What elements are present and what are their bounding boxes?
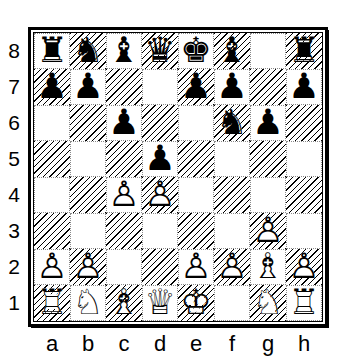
- black-pawn-icon: ♟: [107, 104, 141, 140]
- square-b4[interactable]: [70, 177, 106, 213]
- black-pawn-icon: ♟: [71, 68, 105, 104]
- file-label-c: c: [106, 331, 142, 357]
- black-pawn-icon: ♟: [251, 104, 285, 140]
- white-pawn-icon: ♙: [70, 248, 106, 284]
- square-a5[interactable]: [34, 141, 70, 177]
- rank-label-2: 2: [2, 249, 26, 285]
- piece-white-bishop[interactable]: ♝♗: [106, 285, 142, 321]
- chess-board: ♜♜♞♞♝♝♛♛♚♚♝♝♜♜♟♟♟♟♟♟♟♟♟♟♟♟♞♞♟♟♟♟♟♙♟♙♟♙♟♙…: [33, 32, 323, 322]
- square-d7[interactable]: [142, 69, 178, 105]
- square-g7[interactable]: [250, 69, 286, 105]
- piece-white-pawn[interactable]: ♟♙: [107, 177, 141, 213]
- black-pawn-icon: ♟: [215, 68, 249, 104]
- square-e5[interactable]: [178, 141, 214, 177]
- square-c3[interactable]: [106, 213, 142, 249]
- white-rook-icon: ♖: [287, 284, 321, 320]
- square-h5[interactable]: [286, 141, 322, 177]
- square-e7[interactable]: ♟♟: [178, 69, 214, 105]
- square-c2[interactable]: [106, 249, 142, 285]
- piece-white-bishop[interactable]: ♝♗: [251, 249, 285, 285]
- piece-white-rook[interactable]: ♜♖: [34, 285, 70, 321]
- rank-label-1: 1: [2, 285, 26, 321]
- square-h1[interactable]: ♜♖: [286, 285, 322, 321]
- square-d3[interactable]: [142, 213, 178, 249]
- square-d1[interactable]: ♛♕: [142, 285, 178, 321]
- piece-black-bishop[interactable]: ♝♝: [107, 33, 141, 69]
- rank-label-3: 3: [2, 213, 26, 249]
- black-queen-icon: ♛: [142, 32, 178, 68]
- piece-white-pawn[interactable]: ♟♙: [286, 249, 322, 285]
- rank-label-7: 7: [2, 69, 26, 105]
- piece-white-pawn[interactable]: ♟♙: [179, 249, 213, 285]
- square-g1[interactable]: ♞♘: [250, 285, 286, 321]
- square-f8[interactable]: ♝♝: [214, 33, 250, 69]
- square-a8[interactable]: ♜♜: [34, 33, 70, 69]
- piece-black-pawn[interactable]: ♟♟: [34, 69, 70, 105]
- black-bishop-icon: ♝: [214, 32, 250, 68]
- white-knight-icon: ♘: [250, 284, 286, 320]
- square-e6[interactable]: [178, 105, 214, 141]
- square-g6[interactable]: ♟♟: [250, 105, 286, 141]
- white-king-icon: ♔: [178, 284, 214, 320]
- white-pawn-icon: ♙: [179, 248, 213, 284]
- square-b7[interactable]: ♟♟: [70, 69, 106, 105]
- piece-black-pawn[interactable]: ♟♟: [251, 105, 285, 141]
- white-knight-icon: ♘: [71, 284, 105, 320]
- square-h7[interactable]: ♟♟: [286, 69, 322, 105]
- piece-black-pawn[interactable]: ♟♟: [178, 69, 214, 105]
- piece-white-pawn[interactable]: ♟♙: [250, 213, 286, 249]
- square-d5[interactable]: ♟♟: [142, 141, 178, 177]
- square-h6[interactable]: [286, 105, 322, 141]
- rank-labels: 87654321: [2, 33, 26, 321]
- square-e2[interactable]: ♟♙: [178, 249, 214, 285]
- piece-black-pawn[interactable]: ♟♟: [107, 105, 141, 141]
- square-b2[interactable]: ♟♙: [70, 249, 106, 285]
- piece-black-rook[interactable]: ♜♜: [35, 33, 69, 69]
- square-a7[interactable]: ♟♟: [34, 69, 70, 105]
- board-frame: ♜♜♞♞♝♝♛♛♚♚♝♝♜♜♟♟♟♟♟♟♟♟♟♟♟♟♞♞♟♟♟♟♟♙♟♙♟♙♟♙…: [28, 27, 328, 327]
- piece-black-rook[interactable]: ♜♜: [286, 33, 322, 69]
- white-rook-icon: ♖: [34, 284, 70, 320]
- black-rook-icon: ♜: [286, 32, 322, 68]
- file-label-h: h: [286, 331, 322, 357]
- white-pawn-icon: ♙: [107, 176, 141, 212]
- square-b8[interactable]: ♞♞: [70, 33, 106, 69]
- square-d8[interactable]: ♛♛: [142, 33, 178, 69]
- square-b5[interactable]: [70, 141, 106, 177]
- black-pawn-icon: ♟: [178, 68, 214, 104]
- piece-black-knight[interactable]: ♞♞: [214, 105, 250, 141]
- black-pawn-icon: ♟: [143, 140, 177, 176]
- file-label-g: g: [250, 331, 286, 357]
- square-f4[interactable]: [214, 177, 250, 213]
- file-label-a: a: [34, 331, 70, 357]
- square-e1[interactable]: ♚♔: [178, 285, 214, 321]
- black-rook-icon: ♜: [35, 32, 69, 68]
- black-pawn-icon: ♟: [287, 68, 321, 104]
- piece-black-bishop[interactable]: ♝♝: [214, 33, 250, 69]
- file-label-d: d: [142, 331, 178, 357]
- square-f5[interactable]: [214, 141, 250, 177]
- rank-label-6: 6: [2, 105, 26, 141]
- square-c4[interactable]: ♟♙: [106, 177, 142, 213]
- black-bishop-icon: ♝: [107, 32, 141, 68]
- black-knight-icon: ♞: [70, 32, 106, 68]
- piece-white-rook[interactable]: ♜♖: [287, 285, 321, 321]
- black-king-icon: ♚: [179, 32, 213, 68]
- piece-black-queen[interactable]: ♛♛: [142, 33, 178, 69]
- square-c5[interactable]: [106, 141, 142, 177]
- square-d2[interactable]: [142, 249, 178, 285]
- square-g5[interactable]: [250, 141, 286, 177]
- white-pawn-icon: ♙: [142, 176, 178, 212]
- piece-white-pawn[interactable]: ♟♙: [214, 249, 250, 285]
- piece-black-king[interactable]: ♚♚: [179, 33, 213, 69]
- square-d6[interactable]: [142, 105, 178, 141]
- square-b6[interactable]: [70, 105, 106, 141]
- square-a6[interactable]: [34, 105, 70, 141]
- square-f1[interactable]: [214, 285, 250, 321]
- square-b3[interactable]: [70, 213, 106, 249]
- rank-label-8: 8: [2, 33, 26, 69]
- square-c6[interactable]: ♟♟: [106, 105, 142, 141]
- square-a2[interactable]: ♟♙: [34, 249, 70, 285]
- piece-black-pawn[interactable]: ♟♟: [287, 69, 321, 105]
- square-c7[interactable]: [106, 69, 142, 105]
- piece-white-knight[interactable]: ♞♘: [250, 285, 286, 321]
- black-knight-icon: ♞: [214, 104, 250, 140]
- piece-black-pawn[interactable]: ♟♟: [215, 69, 249, 105]
- square-g2[interactable]: ♝♗: [250, 249, 286, 285]
- square-d4[interactable]: ♟♙: [142, 177, 178, 213]
- square-f7[interactable]: ♟♟: [214, 69, 250, 105]
- square-e4[interactable]: [178, 177, 214, 213]
- black-pawn-icon: ♟: [34, 68, 70, 104]
- square-f6[interactable]: ♞♞: [214, 105, 250, 141]
- square-f2[interactable]: ♟♙: [214, 249, 250, 285]
- square-g4[interactable]: [250, 177, 286, 213]
- file-label-b: b: [70, 331, 106, 357]
- square-h3[interactable]: [286, 213, 322, 249]
- file-label-f: f: [214, 331, 250, 357]
- white-bishop-icon: ♗: [251, 248, 285, 284]
- piece-white-pawn[interactable]: ♟♙: [35, 249, 69, 285]
- square-c1[interactable]: ♝♗: [106, 285, 142, 321]
- white-pawn-icon: ♙: [250, 212, 286, 248]
- square-f3[interactable]: [214, 213, 250, 249]
- file-label-e: e: [178, 331, 214, 357]
- square-c8[interactable]: ♝♝: [106, 33, 142, 69]
- white-pawn-icon: ♙: [286, 248, 322, 284]
- white-bishop-icon: ♗: [106, 284, 142, 320]
- white-queen-icon: ♕: [143, 284, 177, 320]
- file-labels: abcdefgh: [34, 331, 322, 357]
- square-h4[interactable]: [286, 177, 322, 213]
- square-e3[interactable]: [178, 213, 214, 249]
- square-b1[interactable]: ♞♘: [70, 285, 106, 321]
- square-a3[interactable]: [34, 213, 70, 249]
- rank-label-5: 5: [2, 141, 26, 177]
- piece-white-queen[interactable]: ♛♕: [143, 285, 177, 321]
- piece-black-knight[interactable]: ♞♞: [70, 33, 106, 69]
- white-pawn-icon: ♙: [35, 248, 69, 284]
- square-h2[interactable]: ♟♙: [286, 249, 322, 285]
- rank-label-4: 4: [2, 177, 26, 213]
- chess-diagram: 87654321 ♜♜♞♞♝♝♛♛♚♚♝♝♜♜♟♟♟♟♟♟♟♟♟♟♟♟♞♞♟♟♟…: [0, 0, 360, 360]
- square-a4[interactable]: [34, 177, 70, 213]
- piece-black-pawn[interactable]: ♟♟: [143, 141, 177, 177]
- square-a1[interactable]: ♜♖: [34, 285, 70, 321]
- piece-white-pawn[interactable]: ♟♙: [142, 177, 178, 213]
- piece-white-knight[interactable]: ♞♘: [71, 285, 105, 321]
- square-h8[interactable]: ♜♜: [286, 33, 322, 69]
- square-g8[interactable]: [250, 33, 286, 69]
- piece-white-king[interactable]: ♚♔: [178, 285, 214, 321]
- piece-black-pawn[interactable]: ♟♟: [71, 69, 105, 105]
- square-e8[interactable]: ♚♚: [178, 33, 214, 69]
- piece-white-pawn[interactable]: ♟♙: [70, 249, 106, 285]
- white-pawn-icon: ♙: [214, 248, 250, 284]
- square-g3[interactable]: ♟♙: [250, 213, 286, 249]
